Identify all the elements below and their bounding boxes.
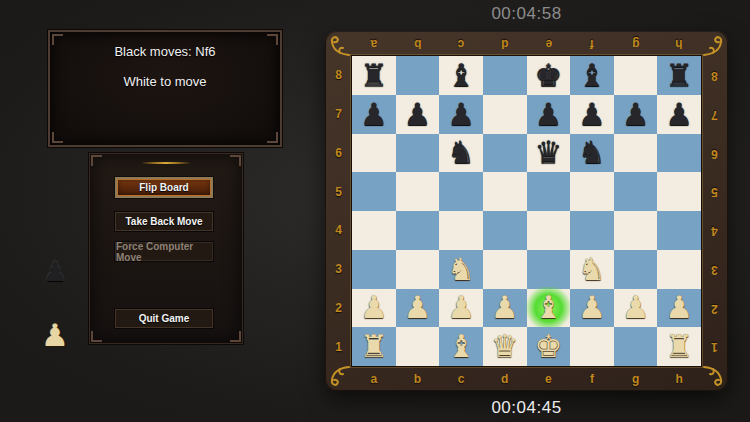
white-knight[interactable]: ♞ xyxy=(447,254,475,285)
menu-divider-ornament xyxy=(141,162,191,164)
quit-game-button[interactable]: Quit Game xyxy=(115,309,213,328)
white-king[interactable]: ♚ xyxy=(534,331,562,362)
square-d6[interactable] xyxy=(483,134,527,173)
black-pawn[interactable]: ♟ xyxy=(534,99,562,130)
panel-corner-ornament xyxy=(267,132,278,143)
square-g8[interactable] xyxy=(614,56,658,95)
coordinate-label: e xyxy=(527,369,571,389)
square-h8[interactable]: ♜ xyxy=(657,56,701,95)
square-b8[interactable] xyxy=(396,56,440,95)
square-b6[interactable] xyxy=(396,134,440,173)
square-h5[interactable] xyxy=(657,172,701,211)
square-b3[interactable] xyxy=(396,250,440,289)
square-f2[interactable]: ♟ xyxy=(570,289,614,328)
square-d8[interactable] xyxy=(483,56,527,95)
panel-corner-ornament xyxy=(91,155,102,166)
square-b1[interactable] xyxy=(396,327,440,366)
square-h7[interactable]: ♟ xyxy=(657,95,701,134)
square-e1[interactable]: ♚ xyxy=(527,327,571,366)
menu-panel: Flip Board Take Back Move Force Computer… xyxy=(88,152,244,345)
square-d1[interactable]: ♛ xyxy=(483,327,527,366)
last-move-text: Black moves: Nf6 xyxy=(50,32,280,62)
rank-labels-right: 87654321 xyxy=(704,56,725,366)
coordinate-label: 2 xyxy=(704,289,725,328)
white-bishop[interactable]: ♝ xyxy=(534,292,562,323)
black-pawn[interactable]: ♟ xyxy=(360,99,388,130)
square-e3[interactable] xyxy=(527,250,571,289)
square-g2[interactable]: ♟ xyxy=(614,289,658,328)
square-e6[interactable]: ♛ xyxy=(527,134,571,173)
black-knight[interactable]: ♞ xyxy=(578,137,606,168)
square-f3[interactable]: ♞ xyxy=(570,250,614,289)
square-h4[interactable] xyxy=(657,211,701,250)
coordinate-label: b xyxy=(396,369,440,389)
frame-flourish-icon xyxy=(701,34,725,58)
black-pawn[interactable]: ♟ xyxy=(665,99,693,130)
square-e5[interactable] xyxy=(527,172,571,211)
white-rook[interactable]: ♜ xyxy=(665,331,693,362)
square-a7[interactable]: ♟ xyxy=(352,95,396,134)
coordinate-label: 6 xyxy=(328,134,349,173)
square-f6[interactable]: ♞ xyxy=(570,134,614,173)
panel-corner-ornament xyxy=(230,331,241,342)
game-screen: 00:04:58 Black moves: Nf6 White to move … xyxy=(0,0,750,422)
coordinate-label: 8 xyxy=(328,56,349,95)
coordinate-label: a xyxy=(352,369,396,389)
black-pawn[interactable]: ♟ xyxy=(622,99,650,130)
square-e2[interactable]: ♝ xyxy=(527,289,571,328)
square-f8[interactable]: ♝ xyxy=(570,56,614,95)
white-pawn[interactable]: ♟ xyxy=(491,292,519,323)
captured-black-pawn-icon: ♟ xyxy=(43,258,67,285)
square-h1[interactable]: ♜ xyxy=(657,327,701,366)
file-labels-top: abcdefgh xyxy=(352,34,701,54)
coordinate-label: c xyxy=(439,369,483,389)
square-f4[interactable] xyxy=(570,211,614,250)
black-bishop[interactable]: ♝ xyxy=(578,60,606,91)
square-e4[interactable] xyxy=(527,211,571,250)
square-c6[interactable]: ♞ xyxy=(439,134,483,173)
coordinate-label: 5 xyxy=(704,172,725,211)
square-d7[interactable] xyxy=(483,95,527,134)
panel-corner-ornament xyxy=(91,331,102,342)
file-labels-bottom: abcdefgh xyxy=(352,369,701,389)
square-a5[interactable] xyxy=(352,172,396,211)
square-c3[interactable]: ♞ xyxy=(439,250,483,289)
frame-flourish-icon xyxy=(328,34,352,58)
square-a3[interactable] xyxy=(352,250,396,289)
frame-flourish-icon xyxy=(328,364,352,388)
coordinate-label: a xyxy=(352,34,396,54)
white-pawn[interactable]: ♟ xyxy=(447,292,475,323)
black-pawn[interactable]: ♟ xyxy=(404,99,432,130)
black-queen[interactable]: ♛ xyxy=(534,137,562,168)
square-a1[interactable]: ♜ xyxy=(352,327,396,366)
coordinate-label: b xyxy=(396,34,440,54)
frame-flourish-icon xyxy=(701,364,725,388)
board-squares: ♜♝♚♝♜♟♟♟♟♟♟♟♞♛♞♞♞♟♟♟♟♝♟♟♟♜♝♛♚♜ xyxy=(352,56,701,366)
square-c7[interactable]: ♟ xyxy=(439,95,483,134)
coordinate-label: e xyxy=(527,34,571,54)
coordinate-label: g xyxy=(614,369,658,389)
square-d4[interactable] xyxy=(483,211,527,250)
coordinate-label: d xyxy=(483,369,527,389)
captured-white-pawn-icon: ♟ xyxy=(41,320,69,351)
square-b4[interactable] xyxy=(396,211,440,250)
square-a8[interactable]: ♜ xyxy=(352,56,396,95)
flip-board-button[interactable]: Flip Board xyxy=(115,177,213,198)
white-pawn[interactable]: ♟ xyxy=(622,292,650,323)
rank-labels-left: 87654321 xyxy=(328,56,349,366)
square-e8[interactable]: ♚ xyxy=(527,56,571,95)
coordinate-label: d xyxy=(483,34,527,54)
square-g7[interactable]: ♟ xyxy=(614,95,658,134)
square-c5[interactable] xyxy=(439,172,483,211)
black-pawn[interactable]: ♟ xyxy=(447,99,475,130)
square-a6[interactable] xyxy=(352,134,396,173)
white-pawn[interactable]: ♟ xyxy=(404,292,432,323)
square-d5[interactable] xyxy=(483,172,527,211)
coordinate-label: 5 xyxy=(328,172,349,211)
coordinate-label: h xyxy=(657,369,701,389)
square-b2[interactable]: ♟ xyxy=(396,289,440,328)
take-back-move-button[interactable]: Take Back Move xyxy=(115,212,213,231)
square-c8[interactable]: ♝ xyxy=(439,56,483,95)
coordinate-label: f xyxy=(570,369,614,389)
square-h3[interactable] xyxy=(657,250,701,289)
square-g5[interactable] xyxy=(614,172,658,211)
coordinate-label: 7 xyxy=(328,95,349,134)
force-computer-move-button: Force Computer Move xyxy=(115,242,213,261)
square-f5[interactable] xyxy=(570,172,614,211)
square-g3[interactable] xyxy=(614,250,658,289)
black-pawn[interactable]: ♟ xyxy=(578,99,606,130)
square-b7[interactable]: ♟ xyxy=(396,95,440,134)
chess-board: abcdefgh abcdefgh 87654321 87654321 ♜♝♚♝… xyxy=(325,31,728,391)
square-g6[interactable] xyxy=(614,134,658,173)
square-c4[interactable] xyxy=(439,211,483,250)
black-rook[interactable]: ♜ xyxy=(665,60,693,91)
black-knight[interactable]: ♞ xyxy=(447,137,475,168)
white-clock: 00:04:45 xyxy=(325,398,728,418)
white-pawn[interactable]: ♟ xyxy=(578,292,606,323)
square-f7[interactable]: ♟ xyxy=(570,95,614,134)
square-g4[interactable] xyxy=(614,211,658,250)
coordinate-label: 2 xyxy=(328,289,349,328)
panel-corner-ornament xyxy=(230,155,241,166)
coordinate-label: 4 xyxy=(704,211,725,250)
square-a2[interactable]: ♟ xyxy=(352,289,396,328)
white-knight[interactable]: ♞ xyxy=(578,254,606,285)
coordinate-label: h xyxy=(657,34,701,54)
square-h2[interactable]: ♟ xyxy=(657,289,701,328)
coordinate-label: 6 xyxy=(704,134,725,173)
coordinate-label: 3 xyxy=(328,250,349,289)
square-d3[interactable] xyxy=(483,250,527,289)
square-c2[interactable]: ♟ xyxy=(439,289,483,328)
coordinate-label: 1 xyxy=(328,327,349,366)
coordinate-label: g xyxy=(614,34,658,54)
square-c1[interactable]: ♝ xyxy=(439,327,483,366)
coordinate-label: 3 xyxy=(704,250,725,289)
white-bishop[interactable]: ♝ xyxy=(447,331,475,362)
black-rook[interactable]: ♜ xyxy=(360,60,388,91)
status-panel: Black moves: Nf6 White to move xyxy=(48,30,282,147)
black-bishop[interactable]: ♝ xyxy=(447,60,475,91)
square-h6[interactable] xyxy=(657,134,701,173)
side-to-move-text: White to move xyxy=(50,62,280,92)
white-queen[interactable]: ♛ xyxy=(491,331,519,362)
coordinate-label: 8 xyxy=(704,56,725,95)
square-d2[interactable]: ♟ xyxy=(483,289,527,328)
square-b5[interactable] xyxy=(396,172,440,211)
coordinate-label: 1 xyxy=(704,327,725,366)
coordinate-label: 7 xyxy=(704,95,725,134)
coordinate-label: c xyxy=(439,34,483,54)
white-pawn[interactable]: ♟ xyxy=(665,292,693,323)
square-a4[interactable] xyxy=(352,211,396,250)
black-clock: 00:04:58 xyxy=(325,4,728,24)
black-king[interactable]: ♚ xyxy=(534,60,562,91)
coordinate-label: 4 xyxy=(328,211,349,250)
square-g1[interactable] xyxy=(614,327,658,366)
white-rook[interactable]: ♜ xyxy=(360,331,388,362)
panel-corner-ornament xyxy=(52,132,63,143)
coordinate-label: f xyxy=(570,34,614,54)
square-e7[interactable]: ♟ xyxy=(527,95,571,134)
square-f1[interactable] xyxy=(570,327,614,366)
white-pawn[interactable]: ♟ xyxy=(360,292,388,323)
